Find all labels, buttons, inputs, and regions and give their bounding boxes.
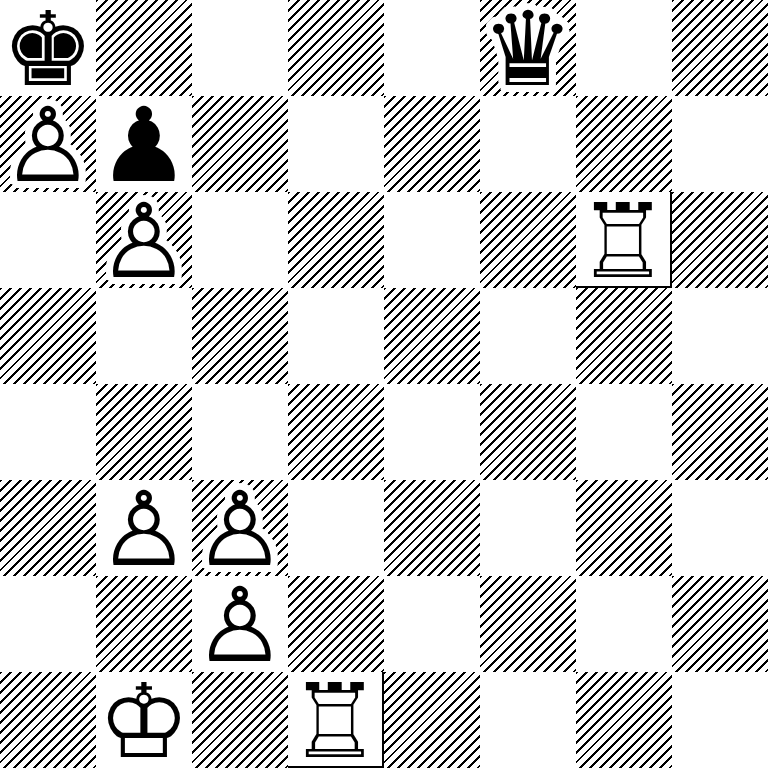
black-queen-icon: ♛ bbox=[480, 0, 576, 96]
square-h5[interactable] bbox=[672, 288, 768, 384]
square-c7[interactable] bbox=[192, 96, 288, 192]
square-g4[interactable] bbox=[576, 384, 672, 480]
square-b2[interactable] bbox=[96, 576, 192, 672]
square-g6[interactable]: ♜♖ bbox=[576, 192, 672, 288]
square-f3[interactable] bbox=[480, 480, 576, 576]
piece-black-king[interactable]: ♚♚ bbox=[0, 0, 96, 96]
square-f1[interactable] bbox=[480, 672, 576, 768]
white-king-icon: ♔ bbox=[96, 672, 192, 768]
square-e5[interactable] bbox=[384, 288, 480, 384]
square-d7[interactable] bbox=[288, 96, 384, 192]
square-d3[interactable] bbox=[288, 480, 384, 576]
square-c8[interactable] bbox=[192, 0, 288, 96]
square-c5[interactable] bbox=[192, 288, 288, 384]
square-h3[interactable] bbox=[672, 480, 768, 576]
square-a6[interactable] bbox=[0, 192, 96, 288]
square-a3[interactable] bbox=[0, 480, 96, 576]
black-pawn-icon: ♟ bbox=[96, 96, 192, 192]
piece-white-pawn[interactable]: ♟♙ bbox=[192, 480, 288, 576]
white-rook-icon: ♖ bbox=[576, 192, 670, 286]
square-f8[interactable]: ♛♛ bbox=[480, 0, 576, 96]
square-d4[interactable] bbox=[288, 384, 384, 480]
square-h2[interactable] bbox=[672, 576, 768, 672]
square-c4[interactable] bbox=[192, 384, 288, 480]
square-h6[interactable] bbox=[672, 192, 768, 288]
square-g8[interactable] bbox=[576, 0, 672, 96]
square-c6[interactable] bbox=[192, 192, 288, 288]
square-e7[interactable] bbox=[384, 96, 480, 192]
white-pawn-icon: ♙ bbox=[192, 480, 288, 576]
square-b4[interactable] bbox=[96, 384, 192, 480]
square-d8[interactable] bbox=[288, 0, 384, 96]
white-pawn-icon: ♙ bbox=[96, 192, 192, 288]
square-g7[interactable] bbox=[576, 96, 672, 192]
square-d1[interactable]: ♜♖ bbox=[288, 672, 384, 768]
square-e3[interactable] bbox=[384, 480, 480, 576]
white-pawn-icon: ♙ bbox=[96, 480, 192, 576]
piece-white-rook[interactable]: ♜♖ bbox=[576, 192, 670, 286]
square-g2[interactable] bbox=[576, 576, 672, 672]
square-f7[interactable] bbox=[480, 96, 576, 192]
square-e6[interactable] bbox=[384, 192, 480, 288]
square-e8[interactable] bbox=[384, 0, 480, 96]
square-f5[interactable] bbox=[480, 288, 576, 384]
white-pawn-icon: ♙ bbox=[0, 96, 96, 192]
square-g5[interactable] bbox=[576, 288, 672, 384]
piece-white-king[interactable]: ♚♔ bbox=[96, 672, 192, 768]
piece-white-pawn[interactable]: ♟♙ bbox=[0, 96, 96, 192]
square-f6[interactable] bbox=[480, 192, 576, 288]
square-h7[interactable] bbox=[672, 96, 768, 192]
white-rook-icon: ♖ bbox=[288, 672, 382, 766]
square-b1[interactable]: ♚♔ bbox=[96, 672, 192, 768]
square-f2[interactable] bbox=[480, 576, 576, 672]
piece-black-pawn[interactable]: ♟♟ bbox=[96, 96, 192, 192]
piece-white-pawn[interactable]: ♟♙ bbox=[96, 192, 192, 288]
square-h8[interactable] bbox=[672, 0, 768, 96]
square-e4[interactable] bbox=[384, 384, 480, 480]
square-h4[interactable] bbox=[672, 384, 768, 480]
square-b8[interactable] bbox=[96, 0, 192, 96]
square-a4[interactable] bbox=[0, 384, 96, 480]
square-d6[interactable] bbox=[288, 192, 384, 288]
piece-black-queen[interactable]: ♛♛ bbox=[480, 0, 576, 96]
square-a2[interactable] bbox=[0, 576, 96, 672]
square-e1[interactable] bbox=[384, 672, 480, 768]
piece-white-pawn[interactable]: ♟♙ bbox=[192, 576, 288, 672]
square-b5[interactable] bbox=[96, 288, 192, 384]
black-king-icon: ♚ bbox=[0, 0, 96, 96]
square-b7[interactable]: ♟♟ bbox=[96, 96, 192, 192]
square-a7[interactable]: ♟♙ bbox=[0, 96, 96, 192]
chess-board: ♚♚♛♛♟♙♟♟♟♙♜♖♟♙♟♙♟♙♚♔♜♖ bbox=[0, 0, 768, 768]
square-a8[interactable]: ♚♚ bbox=[0, 0, 96, 96]
square-g3[interactable] bbox=[576, 480, 672, 576]
square-g1[interactable] bbox=[576, 672, 672, 768]
square-f4[interactable] bbox=[480, 384, 576, 480]
square-d5[interactable] bbox=[288, 288, 384, 384]
square-c2[interactable]: ♟♙ bbox=[192, 576, 288, 672]
square-c3[interactable]: ♟♙ bbox=[192, 480, 288, 576]
square-c1[interactable] bbox=[192, 672, 288, 768]
square-d2[interactable] bbox=[288, 576, 384, 672]
square-e2[interactable] bbox=[384, 576, 480, 672]
square-h1[interactable] bbox=[672, 672, 768, 768]
square-a5[interactable] bbox=[0, 288, 96, 384]
white-pawn-icon: ♙ bbox=[192, 576, 288, 672]
piece-white-pawn[interactable]: ♟♙ bbox=[96, 480, 192, 576]
square-a1[interactable] bbox=[0, 672, 96, 768]
piece-white-rook[interactable]: ♜♖ bbox=[288, 672, 382, 766]
square-b3[interactable]: ♟♙ bbox=[96, 480, 192, 576]
square-b6[interactable]: ♟♙ bbox=[96, 192, 192, 288]
